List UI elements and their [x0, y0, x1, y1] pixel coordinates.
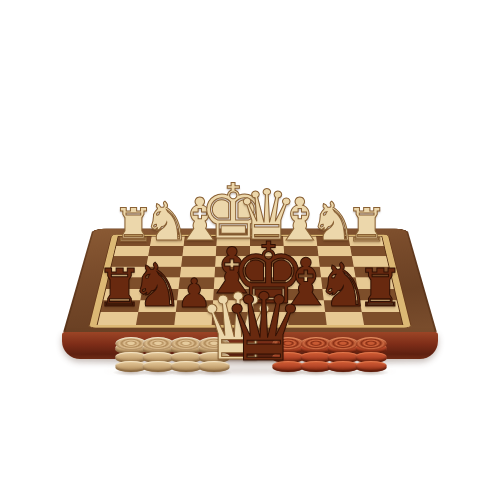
- red-checker-stack: [328, 345, 359, 372]
- chess-piece-light-rook: ♜: [346, 202, 387, 248]
- chess-piece-dark-rook: ♜: [357, 262, 404, 314]
- chess-set-product-photo: ♜♞♝♚♛♝♞♜♝♜♞♟♚♝♞♜♛♛: [0, 0, 500, 500]
- chess-piece-dark-queen: ♛: [222, 281, 306, 375]
- checker-disc: [356, 361, 387, 372]
- light-checker-stack: [143, 345, 174, 372]
- checker-top-face: [328, 337, 359, 350]
- red-checker-stack: [356, 345, 387, 372]
- checker-top-face: [143, 337, 174, 350]
- checker-top-face: [356, 337, 387, 350]
